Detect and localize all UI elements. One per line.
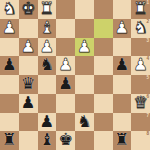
square-e2[interactable] (56, 19, 75, 38)
square-e7[interactable] (56, 113, 75, 132)
square-g1[interactable]: ♚ (19, 0, 38, 19)
square-a6[interactable]: ♛6 (131, 94, 150, 113)
square-a2[interactable]: ♞2 (131, 19, 150, 38)
rank-label-7: 7 (146, 113, 149, 119)
square-g2[interactable] (19, 19, 38, 38)
square-h1[interactable]: ♞ (0, 0, 19, 19)
square-d5[interactable] (75, 75, 94, 94)
white-pawn-icon: ♟ (58, 56, 73, 75)
square-e8[interactable]: ♚ (56, 131, 75, 150)
black-knight-icon: ♞ (77, 113, 92, 132)
square-f1[interactable]: ♜ (38, 0, 57, 19)
square-a4[interactable]: ♟4 (131, 56, 150, 75)
square-h7[interactable] (0, 113, 19, 132)
square-f4[interactable]: ♞ (38, 56, 57, 75)
square-a1[interactable]: ♜1 (131, 0, 150, 19)
square-b7[interactable] (113, 113, 132, 132)
square-h5[interactable] (0, 75, 19, 94)
white-king-icon: ♚ (21, 0, 36, 19)
black-pawn-icon: ♟ (21, 94, 36, 113)
square-b3[interactable] (113, 38, 132, 57)
square-h2[interactable]: ♟ (0, 19, 19, 38)
square-c7[interactable] (94, 113, 113, 132)
square-b4[interactable]: ♟ (113, 56, 132, 75)
square-g6[interactable]: ♟ (19, 94, 38, 113)
rank-label-8: 8 (146, 131, 149, 137)
black-knight-icon: ♞ (39, 56, 54, 75)
white-pawn-icon: ♟ (77, 38, 92, 57)
square-g4[interactable] (19, 56, 38, 75)
square-e1[interactable] (56, 0, 75, 19)
square-a3[interactable]: 3 (131, 38, 150, 57)
black-queen-icon: ♛ (21, 75, 36, 94)
square-b2[interactable]: ♟ (113, 19, 132, 38)
square-h8[interactable]: ♜ (0, 131, 19, 150)
square-f3[interactable]: ♟ (38, 38, 57, 57)
white-pawn-icon: ♟ (114, 19, 129, 38)
square-b1[interactable] (113, 0, 132, 19)
square-g5[interactable]: ♛ (19, 75, 38, 94)
rank-label-4: 4 (146, 56, 149, 62)
white-bishop-icon: ♝ (39, 19, 54, 38)
white-rook-icon: ♜ (39, 0, 54, 19)
black-pawn-icon: ♟ (114, 56, 129, 75)
square-b8[interactable]: ♜ (113, 131, 132, 150)
black-king-icon: ♚ (58, 131, 73, 150)
square-b5[interactable] (113, 75, 132, 94)
rank-label-3: 3 (146, 38, 149, 44)
chess-board-wrap: ♞♚♜♜1♟♝♟♞2♟♟♟3♟♞♟♟♟4♛♟5♟♛6♟♞7♜♝♚♜8 (0, 0, 150, 150)
white-pawn-icon: ♟ (2, 19, 17, 38)
square-e5[interactable]: ♟ (56, 75, 75, 94)
square-d4[interactable] (75, 56, 94, 75)
square-c2[interactable] (94, 19, 113, 38)
square-c5[interactable] (94, 75, 113, 94)
rank-label-5: 5 (146, 75, 149, 81)
square-h3[interactable] (0, 38, 19, 57)
square-b6[interactable] (113, 94, 132, 113)
square-g7[interactable] (19, 113, 38, 132)
black-pawn-icon: ♟ (2, 56, 17, 75)
square-c4[interactable] (94, 56, 113, 75)
black-bishop-icon: ♝ (39, 131, 54, 150)
black-pawn-icon: ♟ (39, 113, 54, 132)
chess-board: ♞♚♜♜1♟♝♟♞2♟♟♟3♟♞♟♟♟4♛♟5♟♛6♟♞7♜♝♚♜8 (0, 0, 150, 150)
square-f6[interactable] (38, 94, 57, 113)
square-g3[interactable]: ♟ (19, 38, 38, 57)
square-f7[interactable]: ♟ (38, 113, 57, 132)
white-pawn-icon: ♟ (21, 38, 36, 57)
square-f5[interactable] (38, 75, 57, 94)
square-d1[interactable] (75, 0, 94, 19)
square-d6[interactable] (75, 94, 94, 113)
rank-label-2: 2 (146, 19, 149, 25)
square-a7[interactable]: 7 (131, 113, 150, 132)
square-f8[interactable]: ♝ (38, 131, 57, 150)
square-c8[interactable] (94, 131, 113, 150)
square-f2[interactable]: ♝ (38, 19, 57, 38)
square-g8[interactable] (19, 131, 38, 150)
white-pawn-icon: ♟ (39, 38, 54, 57)
square-h6[interactable] (0, 94, 19, 113)
rank-label-6: 6 (146, 94, 149, 100)
square-a8[interactable]: 8 (131, 131, 150, 150)
square-d8[interactable] (75, 131, 94, 150)
square-d7[interactable]: ♞ (75, 113, 94, 132)
square-c3[interactable] (94, 38, 113, 57)
square-h4[interactable]: ♟ (0, 56, 19, 75)
square-c1[interactable] (94, 0, 113, 19)
black-rook-icon: ♜ (114, 131, 129, 150)
rank-label-1: 1 (146, 0, 149, 6)
black-rook-icon: ♜ (2, 131, 17, 150)
square-e4[interactable]: ♟ (56, 56, 75, 75)
square-e6[interactable] (56, 94, 75, 113)
square-d3[interactable]: ♟ (75, 38, 94, 57)
black-pawn-icon: ♟ (58, 75, 73, 94)
square-c6[interactable] (94, 94, 113, 113)
square-e3[interactable] (56, 38, 75, 57)
square-d2[interactable] (75, 19, 94, 38)
white-knight-icon: ♞ (2, 0, 17, 19)
square-a5[interactable]: 5 (131, 75, 150, 94)
